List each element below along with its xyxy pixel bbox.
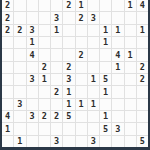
cell-r1c7: 1	[76, 0, 87, 11]
cell-r11c3[interactable]	[27, 123, 38, 134]
cell-r8c11[interactable]	[125, 86, 136, 97]
cell-r8c10[interactable]	[112, 86, 123, 97]
cell-r8c7[interactable]	[76, 86, 87, 97]
cell-r3c11[interactable]	[125, 25, 136, 36]
cell-r4c3: 1	[27, 37, 38, 48]
cell-r4c10[interactable]	[112, 37, 123, 48]
cell-r8c9: 1	[100, 86, 111, 97]
cell-r11c4[interactable]	[39, 123, 50, 134]
cell-r7c11[interactable]	[125, 74, 136, 85]
cell-r2c9[interactable]	[100, 12, 111, 23]
cell-r9c11[interactable]	[125, 99, 136, 110]
cell-r12c3[interactable]	[27, 136, 38, 147]
cell-r5c11: 1	[125, 49, 136, 60]
cell-r7c7[interactable]	[76, 74, 87, 85]
cell-r2c8: 3	[88, 12, 99, 23]
cell-r2c6[interactable]	[63, 12, 74, 23]
cell-r8c12[interactable]	[137, 86, 148, 97]
cell-r11c6[interactable]	[63, 123, 74, 134]
cell-r4c6[interactable]	[63, 37, 74, 48]
cell-r11c1: 1	[2, 123, 13, 134]
cell-r6c2[interactable]	[14, 62, 25, 73]
cell-r9c6: 1	[63, 99, 74, 110]
cell-r1c2[interactable]	[14, 0, 25, 11]
cell-r12c2: 1	[14, 136, 25, 147]
cell-r9c1[interactable]	[2, 99, 13, 110]
cell-r2c2[interactable]	[14, 12, 25, 23]
cell-r6c7[interactable]	[76, 62, 87, 73]
cell-r11c5[interactable]	[51, 123, 62, 134]
cell-r9c12[interactable]	[137, 99, 148, 110]
cell-r10c2[interactable]	[14, 111, 25, 122]
cell-r6c11[interactable]	[125, 62, 136, 73]
cell-r7c2[interactable]	[14, 74, 25, 85]
cell-r7c1[interactable]	[2, 74, 13, 85]
cell-r5c9[interactable]	[100, 49, 111, 60]
cell-r9c2: 3	[14, 99, 25, 110]
cell-r6c1[interactable]	[2, 62, 13, 73]
cell-r12c5: 3	[51, 136, 62, 147]
cell-r1c1: 2	[2, 0, 13, 11]
cell-r3c5: 1	[51, 25, 62, 36]
cell-r4c9: 1	[100, 37, 111, 48]
cell-r10c11[interactable]	[125, 111, 136, 122]
cell-r11c8[interactable]	[88, 123, 99, 134]
cell-r12c7[interactable]	[76, 136, 87, 147]
cell-r1c10[interactable]	[112, 0, 123, 11]
cell-r6c9[interactable]	[100, 62, 111, 73]
cell-r3c10: 1	[112, 25, 123, 36]
cell-r7c4: 1	[39, 74, 50, 85]
cell-r3c9: 1	[100, 25, 111, 36]
cell-r5c10: 4	[112, 49, 123, 60]
cell-r5c12[interactable]	[137, 49, 148, 60]
cell-r1c5[interactable]	[51, 0, 62, 11]
cell-r5c2[interactable]	[14, 49, 25, 60]
cell-r8c2[interactable]	[14, 86, 25, 97]
cell-r12c11[interactable]	[125, 136, 136, 147]
cell-r1c12: 4	[137, 0, 148, 11]
cell-r4c12[interactable]	[137, 37, 148, 48]
cell-r11c2[interactable]	[14, 123, 25, 134]
cell-r11c7[interactable]	[76, 123, 87, 134]
cell-r6c12: 2	[137, 62, 148, 73]
cell-r7c12: 2	[137, 74, 148, 85]
cell-r12c9[interactable]	[100, 136, 111, 147]
cell-r5c1[interactable]	[2, 49, 13, 60]
cell-r7c5[interactable]	[51, 74, 62, 85]
cell-r3c4[interactable]	[39, 25, 50, 36]
cell-r10c8[interactable]	[88, 111, 99, 122]
cell-r2c10[interactable]	[112, 12, 123, 23]
cell-r5c8[interactable]	[88, 49, 99, 60]
cell-r6c10: 1	[112, 62, 123, 73]
cell-r7c10[interactable]	[112, 74, 123, 85]
cell-r9c4[interactable]	[39, 99, 50, 110]
cell-r10c4: 2	[39, 111, 50, 122]
cell-r4c1[interactable]	[2, 37, 13, 48]
cell-r6c3[interactable]	[27, 62, 38, 73]
cell-r12c6[interactable]	[63, 136, 74, 147]
cell-r8c8[interactable]	[88, 86, 99, 97]
cell-r6c5[interactable]	[51, 62, 62, 73]
cell-r5c4[interactable]	[39, 49, 50, 60]
cell-r10c1: 4	[2, 111, 13, 122]
cell-r1c4[interactable]	[39, 0, 50, 11]
cell-r5c3: 4	[27, 49, 38, 60]
cell-r4c4[interactable]	[39, 37, 50, 48]
cell-r3c6[interactable]	[63, 25, 74, 36]
cell-r5c6[interactable]	[63, 49, 74, 60]
cell-r2c5: 3	[51, 12, 62, 23]
cell-r11c11[interactable]	[125, 123, 136, 134]
cell-r2c7: 2	[76, 12, 87, 23]
cell-r12c1[interactable]	[2, 136, 13, 147]
cell-r9c10[interactable]	[112, 99, 123, 110]
cell-r10c10[interactable]	[112, 111, 123, 122]
cell-r9c7: 1	[76, 99, 87, 110]
cell-r7c8: 1	[88, 74, 99, 85]
cell-r1c9[interactable]	[100, 0, 111, 11]
cell-r10c7[interactable]	[76, 111, 87, 122]
cell-r7c9: 5	[100, 74, 111, 85]
cell-r7c6: 3	[63, 74, 74, 85]
cell-r1c8[interactable]	[88, 0, 99, 11]
cell-r7c3: 3	[27, 74, 38, 85]
cell-r2c12[interactable]	[137, 12, 148, 23]
cell-r3c2: 2	[14, 25, 25, 36]
cell-r1c6: 2	[63, 0, 74, 11]
cell-r12c10[interactable]	[112, 136, 123, 147]
cell-r10c12[interactable]	[137, 111, 148, 122]
cell-r10c5: 2	[51, 111, 62, 122]
cell-r11c9: 5	[100, 123, 111, 134]
cell-r2c4[interactable]	[39, 12, 50, 23]
cell-r10c3: 3	[27, 111, 38, 122]
cell-r12c8: 3	[88, 136, 99, 147]
cell-r4c7[interactable]	[76, 37, 87, 48]
cell-r2c3[interactable]	[27, 12, 38, 23]
cell-r3c12: 1	[137, 25, 148, 36]
minesweeper-board: 2211423232231111114241221231315221131114…	[0, 0, 150, 150]
cell-r2c11[interactable]	[125, 12, 136, 23]
cell-r9c8: 1	[88, 99, 99, 110]
cell-r6c8[interactable]	[88, 62, 99, 73]
cell-r9c5[interactable]	[51, 99, 62, 110]
cell-r8c6: 1	[63, 86, 74, 97]
cell-r3c8[interactable]	[88, 25, 99, 36]
cell-r12c4[interactable]	[39, 136, 50, 147]
cell-r9c9[interactable]	[100, 99, 111, 110]
cell-r10c9: 1	[100, 111, 111, 122]
cell-r1c3[interactable]	[27, 0, 38, 11]
cell-r8c4[interactable]	[39, 86, 50, 97]
cell-r6c6: 2	[63, 62, 74, 73]
cell-r3c1: 2	[2, 25, 13, 36]
cell-r12c12: 5	[137, 136, 148, 147]
cell-r11c12[interactable]	[137, 123, 148, 134]
cell-r3c3: 3	[27, 25, 38, 36]
cell-r8c1[interactable]	[2, 86, 13, 97]
cell-r4c5[interactable]	[51, 37, 62, 48]
cell-r8c3[interactable]	[27, 86, 38, 97]
cell-r4c2[interactable]	[14, 37, 25, 48]
cell-r8c5: 2	[51, 86, 62, 97]
cell-r9c3[interactable]	[27, 99, 38, 110]
cell-r4c8[interactable]	[88, 37, 99, 48]
cell-r11c10: 3	[112, 123, 123, 134]
cell-r10c6: 5	[63, 111, 74, 122]
cell-r4c11[interactable]	[125, 37, 136, 48]
cell-r6c4: 2	[39, 62, 50, 73]
cell-r3c7[interactable]	[76, 25, 87, 36]
cell-r5c7: 2	[76, 49, 87, 60]
cell-r2c1: 2	[2, 12, 13, 23]
cell-r1c11: 1	[125, 0, 136, 11]
cell-r5c5[interactable]	[51, 49, 62, 60]
